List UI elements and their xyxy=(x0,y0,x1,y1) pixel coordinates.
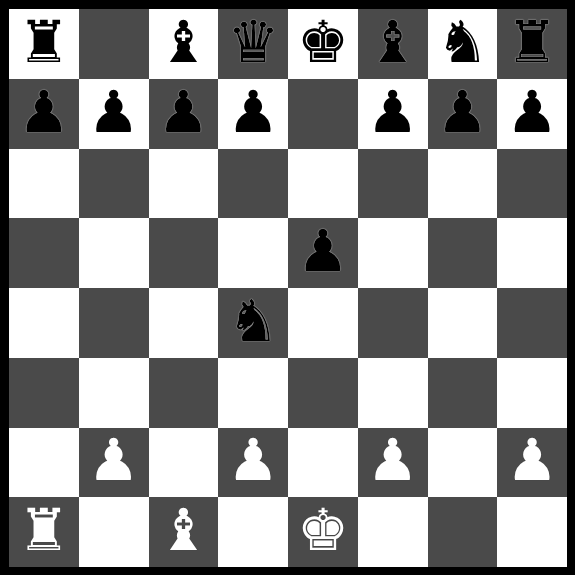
white-pawn[interactable]: ♟ xyxy=(367,431,419,489)
square-g8[interactable]: ♞ xyxy=(428,9,498,79)
square-d1[interactable] xyxy=(218,497,288,567)
square-g7[interactable]: ♟ xyxy=(428,79,498,149)
white-rook[interactable]: ♜ xyxy=(18,501,70,559)
square-e5[interactable]: ♟ xyxy=(288,218,358,288)
square-g2[interactable] xyxy=(428,428,498,498)
square-g1[interactable] xyxy=(428,497,498,567)
square-f1[interactable] xyxy=(358,497,428,567)
white-king[interactable]: ♚ xyxy=(297,501,349,559)
square-b2[interactable]: ♟ xyxy=(79,428,149,498)
square-d8[interactable]: ♛ xyxy=(218,9,288,79)
square-c7[interactable]: ♟ xyxy=(149,79,219,149)
square-h2[interactable]: ♟ xyxy=(497,428,567,498)
square-a6[interactable] xyxy=(9,149,79,219)
black-knight[interactable]: ♞ xyxy=(436,13,488,71)
square-d4[interactable]: ♞ xyxy=(218,288,288,358)
black-knight[interactable]: ♞ xyxy=(227,292,279,350)
black-bishop[interactable]: ♝ xyxy=(157,13,209,71)
chess-board: ♜♝♛♚♝♞♜♟♟♟♟♟♟♟♟♞♟♟♟♟♜♝♚ xyxy=(9,9,567,567)
black-pawn[interactable]: ♟ xyxy=(436,83,488,141)
square-f4[interactable] xyxy=(358,288,428,358)
square-d5[interactable] xyxy=(218,218,288,288)
square-b6[interactable] xyxy=(79,149,149,219)
square-c4[interactable] xyxy=(149,288,219,358)
black-rook[interactable]: ♜ xyxy=(18,13,70,71)
square-c8[interactable]: ♝ xyxy=(149,9,219,79)
black-pawn[interactable]: ♟ xyxy=(297,222,349,280)
black-bishop[interactable]: ♝ xyxy=(367,13,419,71)
black-pawn[interactable]: ♟ xyxy=(18,83,70,141)
square-a8[interactable]: ♜ xyxy=(9,9,79,79)
square-b4[interactable] xyxy=(79,288,149,358)
square-c3[interactable] xyxy=(149,358,219,428)
square-b5[interactable] xyxy=(79,218,149,288)
square-f3[interactable] xyxy=(358,358,428,428)
square-h3[interactable] xyxy=(497,358,567,428)
square-c5[interactable] xyxy=(149,218,219,288)
square-d2[interactable]: ♟ xyxy=(218,428,288,498)
black-queen[interactable]: ♛ xyxy=(227,13,279,71)
square-g4[interactable] xyxy=(428,288,498,358)
square-h5[interactable] xyxy=(497,218,567,288)
black-pawn[interactable]: ♟ xyxy=(367,83,419,141)
square-g5[interactable] xyxy=(428,218,498,288)
square-c1[interactable]: ♝ xyxy=(149,497,219,567)
black-pawn[interactable]: ♟ xyxy=(227,83,279,141)
square-f5[interactable] xyxy=(358,218,428,288)
square-b3[interactable] xyxy=(79,358,149,428)
square-f6[interactable] xyxy=(358,149,428,219)
square-b7[interactable]: ♟ xyxy=(79,79,149,149)
square-c6[interactable] xyxy=(149,149,219,219)
square-c2[interactable] xyxy=(149,428,219,498)
square-d6[interactable] xyxy=(218,149,288,219)
black-pawn[interactable]: ♟ xyxy=(157,83,209,141)
square-d3[interactable] xyxy=(218,358,288,428)
square-a5[interactable] xyxy=(9,218,79,288)
square-e4[interactable] xyxy=(288,288,358,358)
square-a4[interactable] xyxy=(9,288,79,358)
square-h6[interactable] xyxy=(497,149,567,219)
square-e1[interactable]: ♚ xyxy=(288,497,358,567)
white-bishop[interactable]: ♝ xyxy=(157,501,209,559)
square-e6[interactable] xyxy=(288,149,358,219)
square-e3[interactable] xyxy=(288,358,358,428)
square-f8[interactable]: ♝ xyxy=(358,9,428,79)
white-pawn[interactable]: ♟ xyxy=(88,431,140,489)
black-pawn[interactable]: ♟ xyxy=(506,83,558,141)
square-g6[interactable] xyxy=(428,149,498,219)
square-a2[interactable] xyxy=(9,428,79,498)
square-f2[interactable]: ♟ xyxy=(358,428,428,498)
black-pawn[interactable]: ♟ xyxy=(88,83,140,141)
chess-board-frame: ♜♝♛♚♝♞♜♟♟♟♟♟♟♟♟♞♟♟♟♟♜♝♚ xyxy=(0,0,575,575)
square-h7[interactable]: ♟ xyxy=(497,79,567,149)
black-king[interactable]: ♚ xyxy=(297,13,349,71)
square-b8[interactable] xyxy=(79,9,149,79)
white-pawn[interactable]: ♟ xyxy=(227,431,279,489)
white-pawn[interactable]: ♟ xyxy=(506,431,558,489)
square-g3[interactable] xyxy=(428,358,498,428)
square-h8[interactable]: ♜ xyxy=(497,9,567,79)
square-h4[interactable] xyxy=(497,288,567,358)
square-f7[interactable]: ♟ xyxy=(358,79,428,149)
square-a1[interactable]: ♜ xyxy=(9,497,79,567)
black-rook[interactable]: ♜ xyxy=(506,13,558,71)
square-e2[interactable] xyxy=(288,428,358,498)
square-b1[interactable] xyxy=(79,497,149,567)
square-e7[interactable] xyxy=(288,79,358,149)
square-e8[interactable]: ♚ xyxy=(288,9,358,79)
square-h1[interactable] xyxy=(497,497,567,567)
square-a3[interactable] xyxy=(9,358,79,428)
square-a7[interactable]: ♟ xyxy=(9,79,79,149)
square-d7[interactable]: ♟ xyxy=(218,79,288,149)
